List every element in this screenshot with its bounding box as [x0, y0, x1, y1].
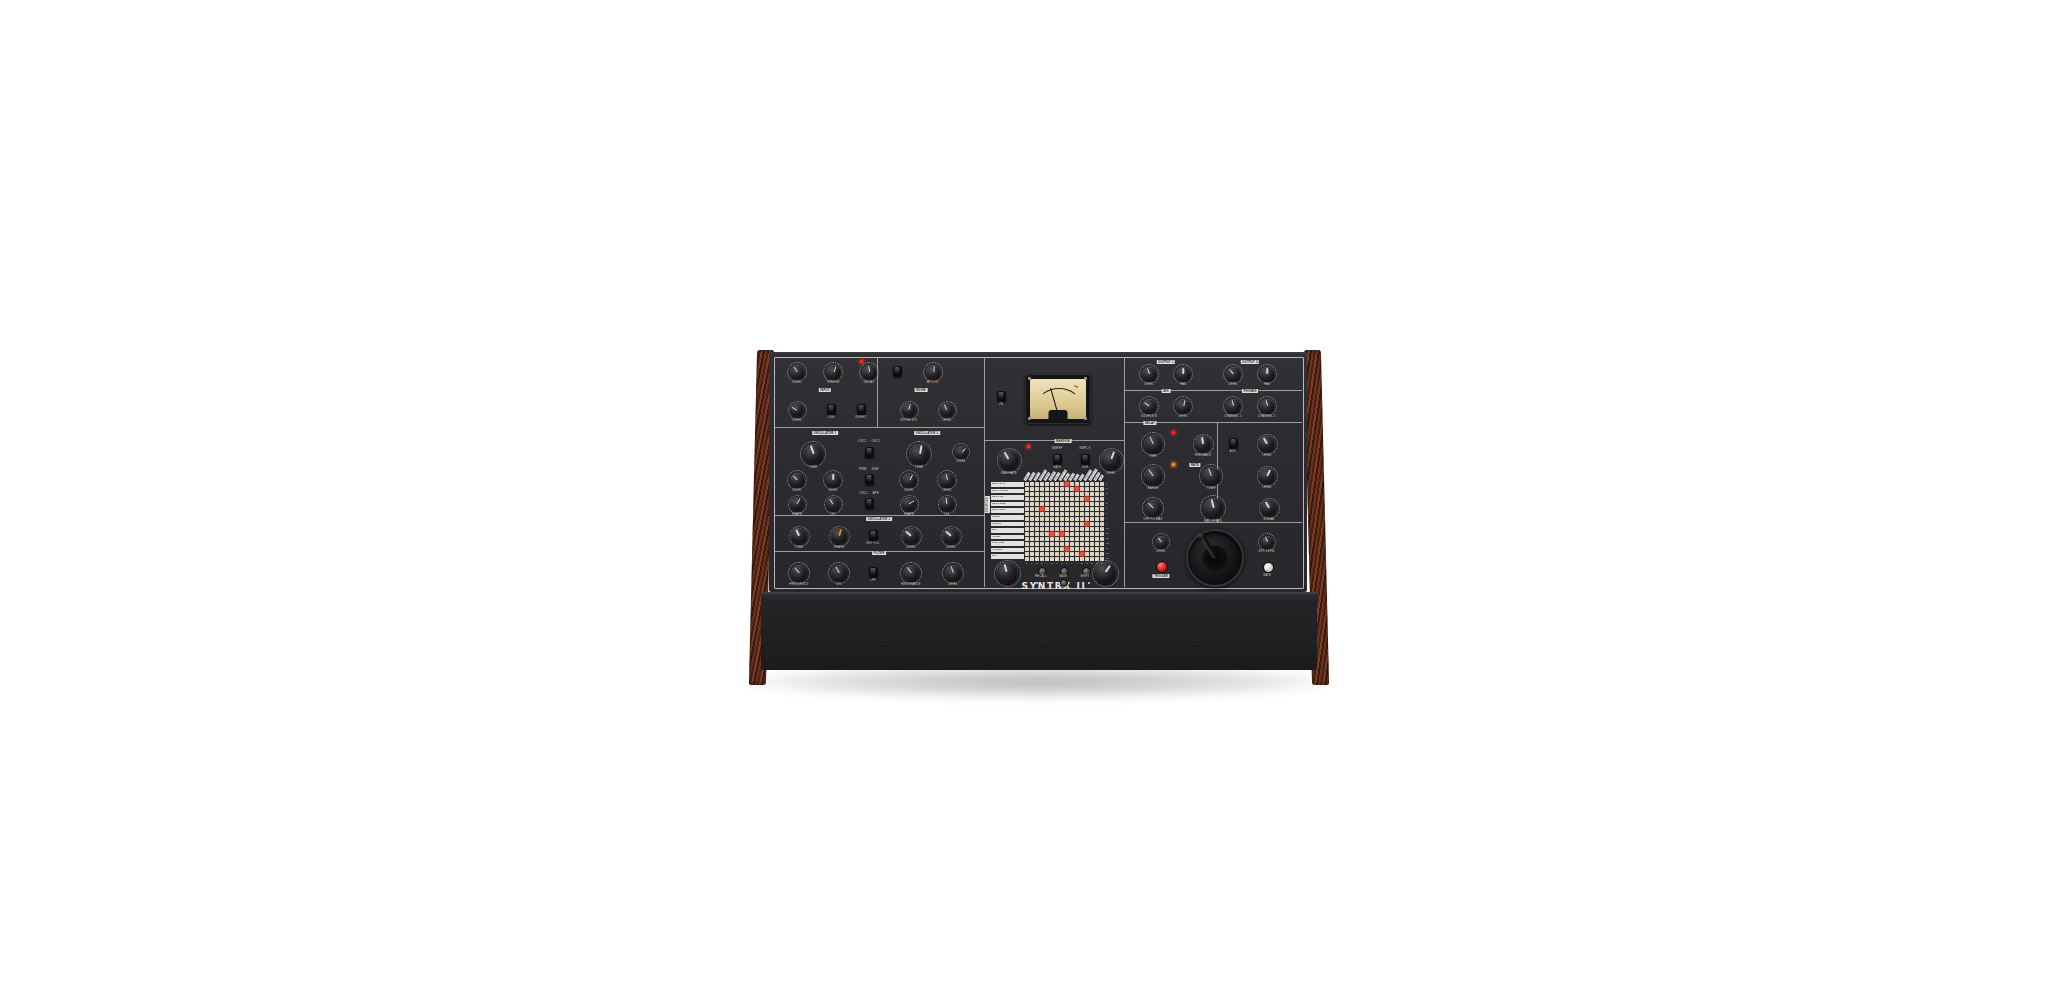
matrix-cell[interactable] — [1025, 532, 1029, 536]
matrix-cell[interactable] — [1075, 522, 1079, 526]
matrix-cell[interactable] — [1095, 502, 1099, 506]
matrix-cell[interactable] — [1040, 507, 1044, 511]
matrix-cell[interactable] — [1045, 542, 1049, 546]
matrix-cell[interactable] — [1065, 492, 1069, 496]
matrix-cell[interactable] — [1065, 557, 1069, 561]
matrix-cell[interactable] — [1060, 487, 1064, 491]
matrix-cell[interactable] — [1090, 517, 1094, 521]
knob-level[interactable] — [1155, 536, 1168, 549]
matrix-cell[interactable] — [1045, 492, 1049, 496]
knob-level[interactable] — [955, 446, 968, 459]
matrix-cell[interactable] — [1065, 482, 1069, 486]
matrix-cell[interactable] — [1070, 542, 1074, 546]
matrix-cell[interactable] — [1065, 552, 1069, 556]
knob-off-to-max[interactable] — [1145, 500, 1162, 517]
matrix-cell[interactable] — [1075, 532, 1079, 536]
matrix-cell[interactable] — [1040, 532, 1044, 536]
matrix-cell[interactable] — [1055, 502, 1059, 506]
matrix-cell[interactable] — [1030, 532, 1034, 536]
matrix-cell[interactable] — [1040, 537, 1044, 541]
matrix-cell[interactable] — [1075, 487, 1079, 491]
knob-level[interactable] — [826, 473, 841, 488]
matrix-cell[interactable] — [1055, 547, 1059, 551]
matrix-cell[interactable] — [1045, 482, 1049, 486]
matrix-cell[interactable] — [1030, 547, 1034, 551]
matrix-cell[interactable] — [1090, 487, 1094, 491]
matrix-cell[interactable] — [1070, 537, 1074, 541]
matrix-cell[interactable] — [1055, 487, 1059, 491]
knob-level[interactable] — [940, 473, 955, 488]
matrix-cell[interactable] — [1035, 502, 1039, 506]
matrix-cell[interactable] — [1075, 527, 1079, 531]
knob-level[interactable] — [790, 403, 804, 417]
matrix-cell[interactable] — [1075, 507, 1079, 511]
matrix-cell[interactable] — [1055, 507, 1059, 511]
matrix-cell[interactable] — [1085, 557, 1089, 561]
matrix-cell[interactable] — [1100, 512, 1104, 516]
matrix-cell[interactable] — [1035, 537, 1039, 541]
matrix-cell[interactable] — [1065, 497, 1069, 501]
matrix-cell[interactable] — [1050, 502, 1054, 506]
matrix-cell[interactable] — [1065, 532, 1069, 536]
matrix-cell[interactable] — [1085, 492, 1089, 496]
matrix-cell[interactable] — [1035, 527, 1039, 531]
matrix-cell[interactable] — [1025, 542, 1029, 546]
matrix-cell[interactable] — [1040, 542, 1044, 546]
matrix-cell[interactable] — [1095, 542, 1099, 546]
matrix-cell[interactable] — [1100, 517, 1104, 521]
matrix-cell[interactable] — [1090, 537, 1094, 541]
matrix-cell[interactable] — [1095, 507, 1099, 511]
matrix-cell[interactable] — [1045, 522, 1049, 526]
matrix-cell[interactable] — [1025, 557, 1029, 561]
knob-channel-2[interactable] — [1260, 399, 1275, 414]
knob-ran-rate[interactable] — [999, 450, 1019, 470]
matrix-cell[interactable] — [1095, 517, 1099, 521]
matrix-cell[interactable] — [1095, 497, 1099, 501]
matrix-cell[interactable] — [1075, 497, 1079, 501]
matrix-cell[interactable] — [1095, 557, 1099, 561]
matrix-cell[interactable] — [1050, 497, 1054, 501]
knob-time[interactable] — [1144, 435, 1163, 454]
matrix-cell[interactable] — [1035, 497, 1039, 501]
matrix-cell[interactable] — [1060, 517, 1064, 521]
matrix-cell[interactable] — [1080, 492, 1084, 496]
knob-pan[interactable] — [1176, 367, 1191, 382]
matrix-cell[interactable] — [1025, 502, 1029, 506]
knob-lvl[interactable] — [826, 497, 840, 511]
matrix-cell[interactable] — [1065, 502, 1069, 506]
matrix-cell[interactable] — [1070, 522, 1074, 526]
matrix-cell[interactable] — [1030, 542, 1034, 546]
knob-ran-speed[interactable] — [1203, 498, 1224, 519]
matrix-cell[interactable] — [1050, 537, 1054, 541]
matrix-cell[interactable] — [1055, 537, 1059, 541]
matrix-cell[interactable] — [1030, 552, 1034, 556]
matrix-cell[interactable] — [1060, 497, 1064, 501]
matrix-cell[interactable] — [1040, 497, 1044, 501]
matrix-cell[interactable] — [1095, 532, 1099, 536]
matrix-cell[interactable] — [1080, 487, 1084, 491]
matrix-cell[interactable] — [1070, 547, 1074, 551]
matrix-cell[interactable] — [1030, 502, 1034, 506]
matrix-cell[interactable] — [1060, 507, 1064, 511]
matrix-cell[interactable] — [1095, 552, 1099, 556]
knob-tune[interactable] — [803, 444, 824, 465]
matrix-cell[interactable] — [1070, 487, 1074, 491]
matrix-cell[interactable] — [1040, 547, 1044, 551]
matrix-cell[interactable] — [1090, 532, 1094, 536]
matrix-cell[interactable] — [1060, 522, 1064, 526]
matrix-cell[interactable] — [1030, 492, 1034, 496]
matrix-cell[interactable] — [1045, 497, 1049, 501]
matrix-cell[interactable] — [1035, 557, 1039, 561]
matrix-cell[interactable] — [1025, 537, 1029, 541]
matrix-cell[interactable] — [1060, 537, 1064, 541]
matrix-cell[interactable] — [1040, 557, 1044, 561]
matrix-cell[interactable] — [1075, 537, 1079, 541]
matrix-cell[interactable] — [1080, 537, 1084, 541]
matrix-cell[interactable] — [1080, 482, 1084, 486]
matrix-cell[interactable] — [1045, 532, 1049, 536]
matrix-cell[interactable] — [1085, 482, 1089, 486]
matrix-cell[interactable] — [1060, 512, 1064, 516]
knob-channel-1[interactable] — [1226, 399, 1241, 414]
matrix-cell[interactable] — [1035, 547, 1039, 551]
matrix-cell[interactable] — [1050, 512, 1054, 516]
matrix-cell[interactable] — [1065, 537, 1069, 541]
matrix-cell[interactable] — [1075, 552, 1079, 556]
knob-level[interactable] — [1176, 399, 1191, 414]
matrix-cell[interactable] — [1090, 512, 1094, 516]
button-white[interactable] — [1263, 562, 1274, 573]
matrix-cell[interactable] — [1045, 502, 1049, 506]
matrix-cell[interactable] — [1060, 502, 1064, 506]
matrix-cell[interactable] — [1100, 487, 1104, 491]
matrix-cell[interactable] — [1050, 522, 1054, 526]
matrix-cell[interactable] — [1095, 482, 1099, 486]
matrix-cell[interactable] — [1030, 497, 1034, 501]
knob-shape[interactable] — [831, 528, 847, 544]
matrix-cell[interactable] — [1035, 542, 1039, 546]
knob-source-b[interactable] — [1142, 399, 1157, 414]
matrix-cell[interactable] — [1095, 522, 1099, 526]
matrix-cell[interactable] — [1090, 482, 1094, 486]
matrix-cell[interactable] — [1030, 482, 1034, 486]
matrix-cell[interactable] — [1035, 492, 1039, 496]
matrix-cell[interactable] — [1085, 527, 1089, 531]
matrix-cell[interactable] — [1075, 502, 1079, 506]
knob-tune[interactable] — [1202, 467, 1221, 486]
matrix-cell[interactable] — [1100, 502, 1104, 506]
matrix-cell[interactable] — [1025, 522, 1029, 526]
matrix-cell[interactable] — [1070, 507, 1074, 511]
matrix-cell[interactable] — [1080, 527, 1084, 531]
matrix-cell[interactable] — [1040, 487, 1044, 491]
matrix-cell[interactable] — [1090, 547, 1094, 551]
matrix-cell[interactable] — [1055, 552, 1059, 556]
knob-shape[interactable] — [790, 497, 804, 511]
matrix-cell[interactable] — [1090, 507, 1094, 511]
matrix-cell[interactable] — [1045, 557, 1049, 561]
switch-toggle[interactable] — [865, 447, 874, 458]
matrix-cell[interactable] — [1025, 552, 1029, 556]
matrix-cell[interactable] — [1035, 522, 1039, 526]
matrix-cell[interactable] — [1065, 507, 1069, 511]
matrix-cell[interactable] — [1065, 542, 1069, 546]
matrix-cell[interactable] — [1025, 507, 1029, 511]
switch-key-fol[interactable] — [869, 530, 878, 541]
matrix-cell[interactable] — [1075, 517, 1079, 521]
knob-ext-level[interactable] — [1261, 536, 1274, 549]
matrix-cell[interactable] — [1050, 547, 1054, 551]
matrix-cell[interactable] — [1070, 512, 1074, 516]
switch-invert[interactable] — [857, 404, 866, 415]
matrix-cell[interactable] — [1050, 487, 1054, 491]
knob-pan[interactable] — [1260, 367, 1275, 382]
matrix-cell[interactable] — [1085, 517, 1089, 521]
matrix-cell[interactable] — [1070, 517, 1074, 521]
matrix-cell[interactable] — [1040, 552, 1044, 556]
matrix-cell[interactable] — [1090, 557, 1094, 561]
knob-lvl[interactable] — [831, 565, 848, 582]
matrix-cell[interactable] — [1080, 552, 1084, 556]
matrix-cell[interactable] — [1025, 487, 1029, 491]
matrix-cell[interactable] — [1070, 497, 1074, 501]
matrix-cell[interactable] — [1040, 502, 1044, 506]
matrix-cell[interactable] — [1025, 482, 1029, 486]
matrix-cell[interactable] — [1060, 527, 1064, 531]
knob-level[interactable] — [943, 528, 959, 544]
knob-tune[interactable] — [909, 444, 930, 465]
switch-lpf[interactable] — [869, 567, 878, 578]
matrix-cell[interactable] — [1080, 502, 1084, 506]
matrix-cell[interactable] — [1025, 512, 1029, 516]
switch-on[interactable] — [997, 391, 1006, 402]
matrix-cell[interactable] — [1030, 557, 1034, 561]
matrix-cell[interactable] — [1100, 482, 1104, 486]
matrix-cell[interactable] — [1070, 557, 1074, 561]
knob-level[interactable] — [790, 473, 805, 488]
switch-toggle[interactable] — [865, 474, 874, 485]
matrix-cell[interactable] — [1090, 527, 1094, 531]
knob-level[interactable] — [902, 473, 917, 488]
matrix-cell[interactable] — [1080, 557, 1084, 561]
matrix-cell[interactable] — [1050, 517, 1054, 521]
knob-level[interactable] — [940, 403, 954, 417]
matrix-cell[interactable] — [1040, 512, 1044, 516]
matrix-cell[interactable] — [1100, 527, 1104, 531]
matrix-cell[interactable] — [1035, 482, 1039, 486]
knob-lvl[interactable] — [940, 497, 954, 511]
matrix-cell[interactable] — [1085, 487, 1089, 491]
matrix-cell[interactable] — [1050, 532, 1054, 536]
matrix-cell[interactable] — [1050, 542, 1054, 546]
knob-level[interactable] — [1226, 367, 1241, 382]
knob-level[interactable] — [1259, 468, 1275, 484]
matrix-cell[interactable] — [1055, 557, 1059, 561]
matrix-cell[interactable] — [1030, 512, 1034, 516]
matrix-cell[interactable] — [1100, 507, 1104, 511]
matrix-cell[interactable] — [1040, 527, 1044, 531]
matrix-cell[interactable] — [1050, 507, 1054, 511]
matrix-cell[interactable] — [1055, 517, 1059, 521]
matrix-cell[interactable] — [1030, 507, 1034, 511]
matrix-cell[interactable] — [1095, 527, 1099, 531]
matrix-cell[interactable] — [1035, 517, 1039, 521]
matrix-cell[interactable] — [1050, 552, 1054, 556]
matrix-cell[interactable] — [1085, 537, 1089, 541]
knob-thresh[interactable] — [826, 365, 841, 380]
knob-level[interactable] — [1101, 450, 1121, 470]
matrix-cell[interactable] — [1080, 497, 1084, 501]
matrix-cell[interactable] — [1100, 557, 1104, 561]
matrix-cell[interactable] — [1045, 527, 1049, 531]
matrix-cell[interactable] — [1050, 492, 1054, 496]
matrix-cell[interactable] — [1030, 537, 1034, 541]
matrix-cell[interactable] — [1090, 522, 1094, 526]
matrix-cell[interactable] — [1095, 512, 1099, 516]
matrix-cell[interactable] — [1070, 502, 1074, 506]
matrix-cell[interactable] — [1055, 542, 1059, 546]
matrix-cell[interactable] — [1100, 522, 1104, 526]
knob-tune[interactable] — [791, 528, 807, 544]
matrix-cell[interactable] — [1030, 487, 1034, 491]
matrix-cell[interactable] — [1025, 527, 1029, 531]
matrix-cell[interactable] — [1055, 527, 1059, 531]
matrix-cell[interactable] — [1070, 482, 1074, 486]
knob-feedback[interactable] — [1195, 436, 1211, 452]
switch-toggle[interactable] — [865, 498, 874, 509]
matrix-cell[interactable] — [1075, 482, 1079, 486]
matrix-cell[interactable] — [1040, 522, 1044, 526]
matrix-cell[interactable] — [1060, 482, 1064, 486]
matrix-cell[interactable] — [1100, 492, 1104, 496]
matrix-cell[interactable] — [1075, 547, 1079, 551]
matrix-cell[interactable] — [1065, 547, 1069, 551]
matrix-cell[interactable] — [1055, 512, 1059, 516]
matrix-cell[interactable] — [1085, 552, 1089, 556]
matrix-cell[interactable] — [1040, 517, 1044, 521]
matrix-cell[interactable] — [1100, 542, 1104, 546]
matrix-cell[interactable] — [1080, 517, 1084, 521]
knob-shape[interactable] — [902, 497, 916, 511]
matrix-cell[interactable] — [1095, 487, 1099, 491]
matrix-cell[interactable] — [1085, 502, 1089, 506]
switch-gate[interactable] — [1053, 454, 1062, 465]
matrix-cell[interactable] — [1075, 492, 1079, 496]
matrix-cell[interactable] — [1030, 517, 1034, 521]
matrix-cell[interactable] — [1075, 512, 1079, 516]
knob-level[interactable] — [790, 365, 805, 380]
matrix-cell[interactable] — [1060, 532, 1064, 536]
joystick[interactable] — [1186, 529, 1244, 587]
knob-level[interactable] — [903, 528, 919, 544]
matrix-cell[interactable] — [1100, 497, 1104, 501]
button-red[interactable] — [1156, 561, 1168, 573]
matrix-cell[interactable] — [1045, 507, 1049, 511]
matrix-cell[interactable] — [1025, 492, 1029, 496]
matrix-cell[interactable] — [1080, 507, 1084, 511]
matrix-cell[interactable] — [1100, 532, 1104, 536]
matrix-cell[interactable] — [1065, 487, 1069, 491]
matrix-cell[interactable] — [1085, 512, 1089, 516]
knob-noise-vol[interactable] — [902, 403, 916, 417]
matrix-cell[interactable] — [1065, 527, 1069, 531]
switch-toggle[interactable] — [893, 366, 902, 377]
matrix-cell[interactable] — [1085, 522, 1089, 526]
matrix-cell[interactable] — [1090, 502, 1094, 506]
knob-encoder[interactable] — [996, 562, 1018, 584]
matrix-cell[interactable] — [1070, 492, 1074, 496]
matrix-cell[interactable] — [1050, 527, 1054, 531]
matrix-cell[interactable] — [1095, 537, 1099, 541]
matrix-cell[interactable] — [1100, 547, 1104, 551]
matrix-cell[interactable] — [1090, 497, 1094, 501]
knob-att-lvl[interactable] — [926, 365, 941, 380]
matrix-cell[interactable] — [1085, 547, 1089, 551]
matrix-cell[interactable] — [1050, 482, 1054, 486]
matrix-cell[interactable] — [1040, 482, 1044, 486]
matrix-cell[interactable] — [1100, 537, 1104, 541]
matrix-cell[interactable] — [1045, 552, 1049, 556]
matrix-cell[interactable] — [1085, 532, 1089, 536]
matrix-cell[interactable] — [1050, 557, 1054, 561]
switch-aux[interactable] — [1229, 438, 1238, 449]
knob-frequency[interactable] — [791, 565, 808, 582]
matrix-cell[interactable] — [1085, 497, 1089, 501]
matrix-cell[interactable] — [1030, 527, 1034, 531]
matrix-cell[interactable] — [1060, 547, 1064, 551]
matrix-cell[interactable] — [1095, 492, 1099, 496]
matrix-cell[interactable] — [1055, 522, 1059, 526]
matrix-cell[interactable] — [1100, 552, 1104, 556]
matrix-cell[interactable] — [1045, 537, 1049, 541]
matrix-cell[interactable] — [1025, 497, 1029, 501]
knob-range[interactable] — [1144, 467, 1163, 486]
matrix-cell[interactable] — [1080, 512, 1084, 516]
matrix-cell[interactable] — [1075, 557, 1079, 561]
matrix-cell[interactable] — [1065, 512, 1069, 516]
switch-s-h[interactable] — [1081, 454, 1090, 465]
matrix-cell[interactable] — [1045, 517, 1049, 521]
knob-level[interactable] — [1142, 367, 1157, 382]
matrix-cell[interactable] — [1090, 552, 1094, 556]
knob-level[interactable] — [1259, 436, 1275, 452]
matrix-cell[interactable] — [1045, 547, 1049, 551]
matrix-cell[interactable] — [1035, 507, 1039, 511]
knob-signal[interactable] — [1261, 500, 1277, 516]
matrix-cell[interactable] — [1045, 512, 1049, 516]
matrix-cell[interactable] — [1070, 552, 1074, 556]
matrix-cell[interactable] — [1055, 492, 1059, 496]
matrix-cell[interactable] — [1075, 542, 1079, 546]
matrix-cell[interactable] — [1085, 507, 1089, 511]
matrix-cell[interactable] — [1035, 512, 1039, 516]
knob-level[interactable] — [945, 565, 962, 582]
matrix-cell[interactable] — [1065, 517, 1069, 521]
matrix-cell[interactable] — [1045, 487, 1049, 491]
matrix-cell[interactable] — [1035, 487, 1039, 491]
matrix-cell[interactable] — [1085, 542, 1089, 546]
matrix-cell[interactable] — [1080, 547, 1084, 551]
switch-line[interactable] — [827, 404, 836, 415]
matrix-cell[interactable] — [1080, 522, 1084, 526]
matrix-cell[interactable] — [1060, 552, 1064, 556]
matrix-cell[interactable] — [1080, 542, 1084, 546]
matrix-cell[interactable] — [1025, 547, 1029, 551]
knob-resonance[interactable] — [903, 565, 920, 582]
